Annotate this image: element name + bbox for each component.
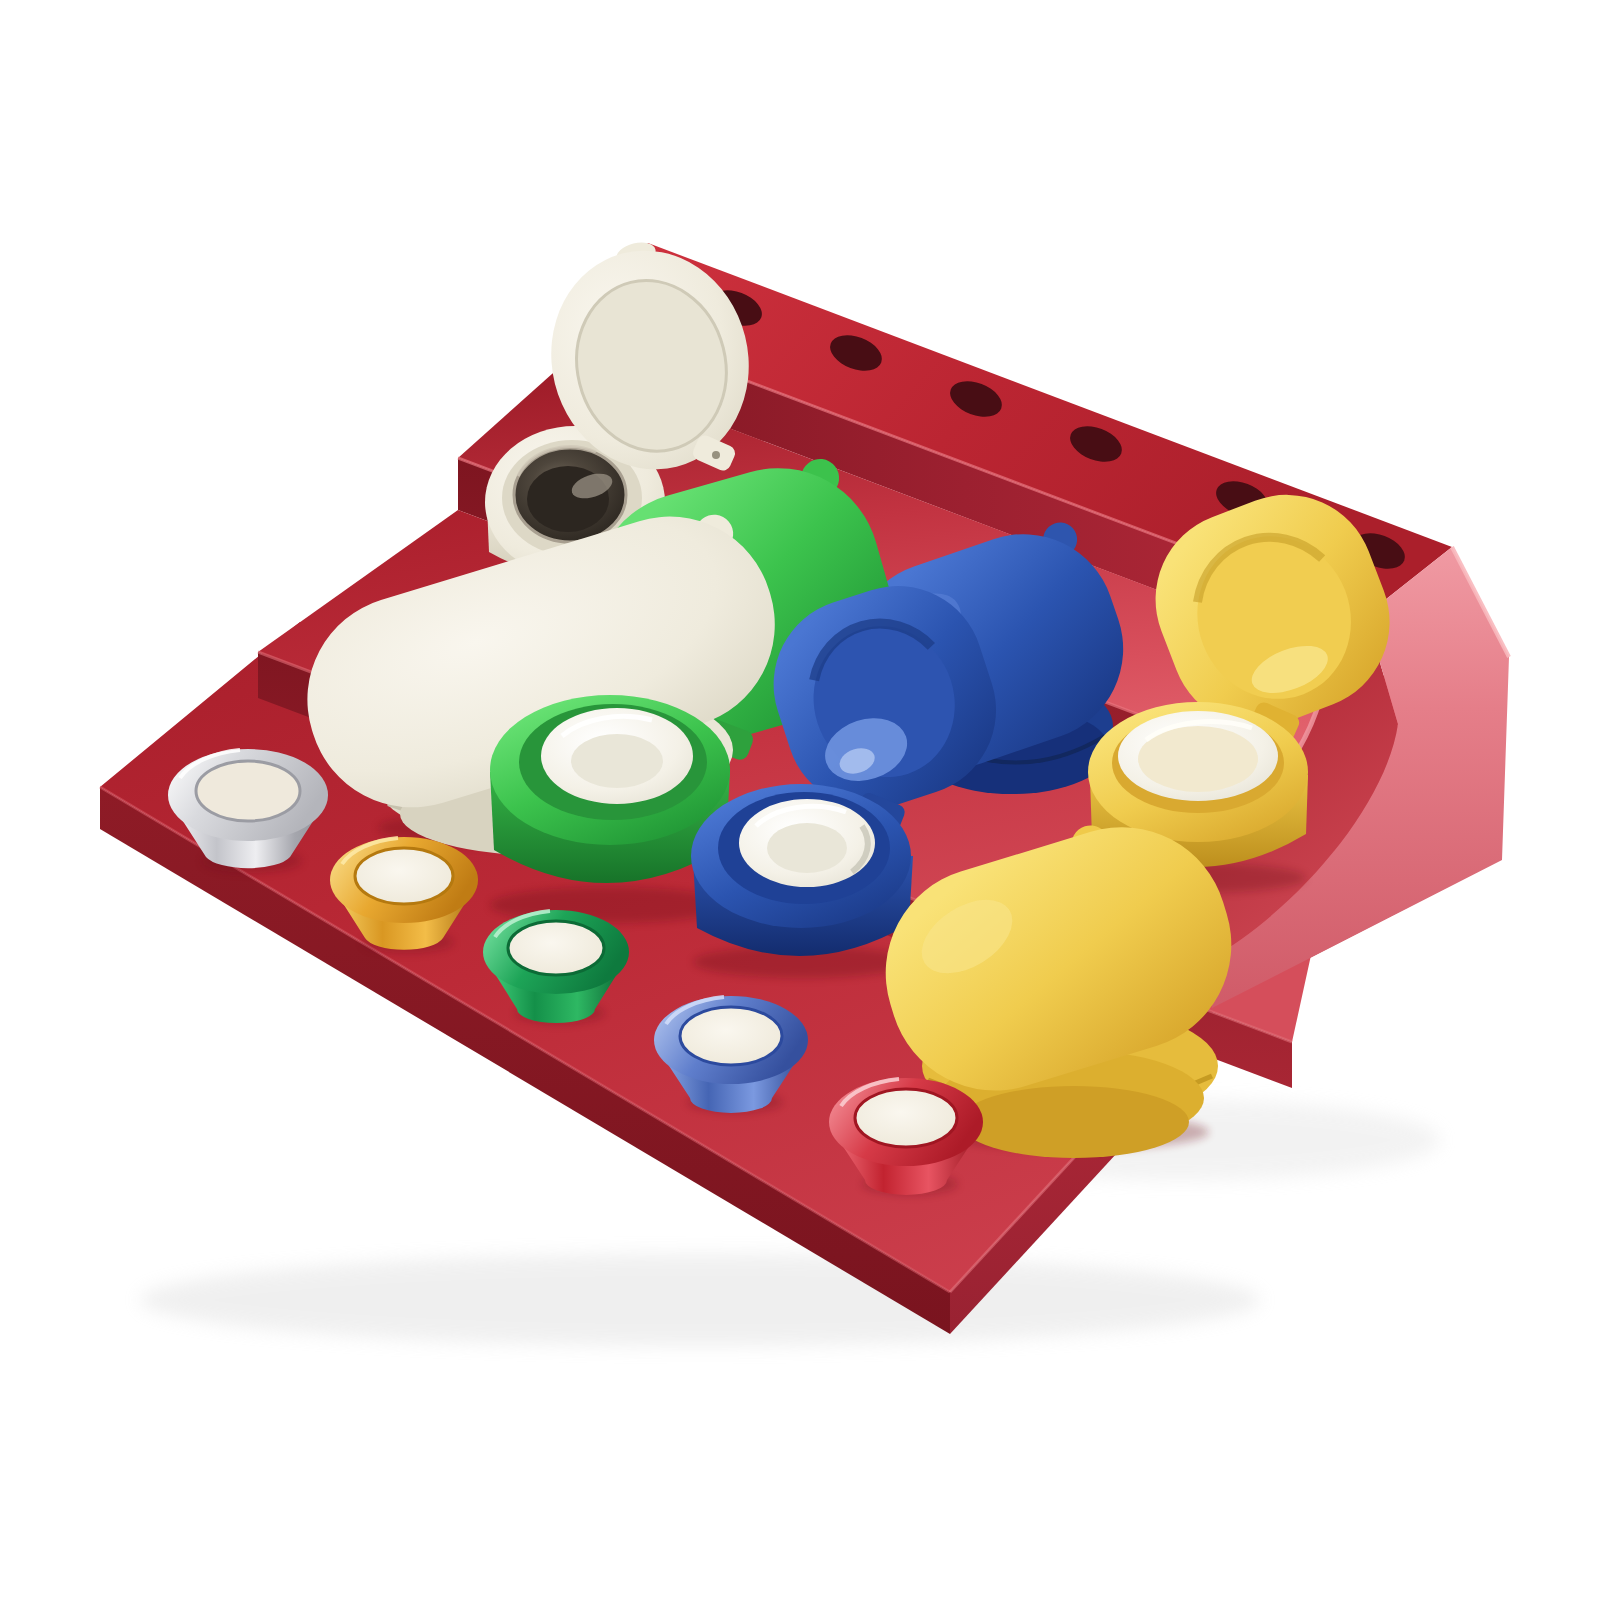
silver-cone-foam xyxy=(196,761,300,821)
product-photo-stage xyxy=(0,0,1600,1600)
gold-cone-foam xyxy=(355,848,453,904)
photo-svg xyxy=(0,0,1600,1600)
blue-insert-recess xyxy=(767,823,847,873)
green-insert-recess xyxy=(571,734,663,788)
red-cone-foam xyxy=(855,1089,957,1147)
green-cone-foam xyxy=(508,921,604,975)
yellow-closed-bottom xyxy=(959,1086,1189,1158)
white-lid-hinge-pin xyxy=(712,451,720,459)
floor-shadow-left xyxy=(140,1254,1260,1346)
blue-cone-foam xyxy=(680,1007,782,1065)
